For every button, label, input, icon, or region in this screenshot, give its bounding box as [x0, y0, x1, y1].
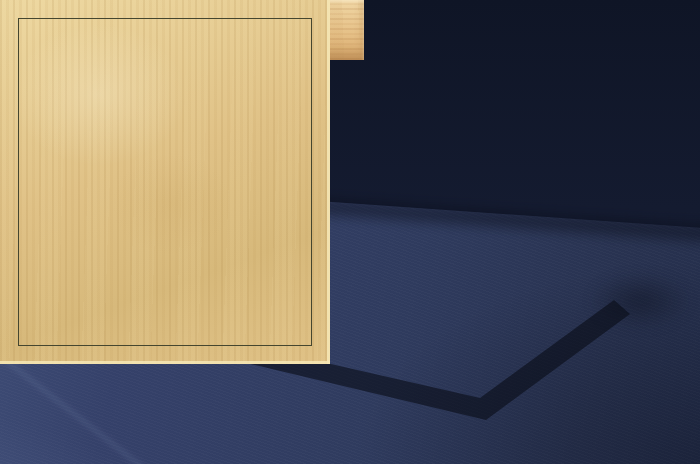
board-grid [18, 18, 312, 346]
shogi-board [0, 0, 700, 464]
board-top-face [0, 0, 330, 364]
photo-scene [0, 0, 700, 464]
